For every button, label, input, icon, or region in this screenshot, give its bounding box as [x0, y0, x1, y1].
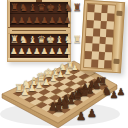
stored-piece-black-rook: ♜	[73, 3, 82, 13]
stored-row-black-pawns: ♟♟♟♟♟♟♟♟	[10, 16, 68, 26]
stored-piece-black-queen: ♛	[37, 3, 46, 13]
stored-piece-white-bishop: ♝	[55, 35, 64, 45]
stored-piece-white-rook: ♜	[73, 35, 82, 45]
folded-board	[80, 0, 125, 73]
hinge-icon	[113, 59, 119, 64]
stored-piece-black-pawn: ♟	[63, 16, 71, 25]
stored-row-white-pawns: ♟♟♟♟♟♟♟♟	[10, 47, 68, 57]
hinge-icon	[116, 11, 122, 16]
stored-piece-white-pawn: ♟	[10, 47, 18, 56]
storage-box: ♜♞♝♛♚♝♞♜♟♟♟♟♟♟♟♟ ♜♞♝♛♚♝♞♜♟♟♟♟♟♟♟♟	[7, 0, 71, 62]
stored-piece-white-pawn: ♟	[63, 47, 71, 56]
stored-piece-black-bishop: ♝	[28, 3, 37, 13]
product-photo-chess-set: ♜♞♝♛♚♝♞♜♟♟♟♟♟♟♟♟♟♟♟♟♟♟♟♟♜♞♝♛♚♝♞♜♟♟♞♟♟ ♜♞…	[0, 0, 128, 128]
stored-piece-black-pawn: ♟	[33, 16, 41, 25]
stored-piece-black-pawn: ♟	[25, 16, 33, 25]
stored-row-white-majors: ♜♞♝♛♚♝♞♜	[10, 35, 68, 46]
folded-board-square	[104, 60, 111, 68]
stored-piece-white-rook: ♜	[10, 35, 19, 45]
stored-row-black-majors: ♜♞♝♛♚♝♞♜	[10, 3, 68, 14]
box-latch	[36, 0, 42, 2]
stored-piece-white-king: ♚	[46, 35, 55, 45]
stored-piece-white-pawn: ♟	[25, 47, 33, 56]
stored-piece-white-bishop: ♝	[28, 35, 37, 45]
stored-piece-black-rook: ♜	[10, 3, 19, 13]
storage-box-bottom-edge	[8, 58, 70, 61]
stored-piece-white-queen: ♛	[37, 35, 46, 45]
stored-piece-black-pawn: ♟	[48, 16, 56, 25]
stored-piece-white-pawn: ♟	[41, 47, 49, 56]
stored-piece-white-knight: ♞	[64, 35, 73, 45]
storage-box-hinge-strip	[8, 27, 70, 34]
stored-piece-black-knight: ♞	[19, 3, 28, 13]
stored-piece-white-pawn: ♟	[33, 47, 41, 56]
stored-piece-black-king: ♚	[46, 3, 55, 13]
storage-box-dark-pieces-tray: ♜♞♝♛♚♝♞♜♟♟♟♟♟♟♟♟	[10, 2, 68, 27]
stored-piece-black-knight: ♞	[64, 3, 73, 13]
storage-box-top-edge	[8, 0, 70, 2]
stored-piece-black-bishop: ♝	[55, 3, 64, 13]
stored-piece-white-pawn: ♟	[48, 47, 56, 56]
folded-board-checkered-face	[83, 3, 116, 70]
stored-piece-white-knight: ♞	[19, 35, 28, 45]
stored-piece-black-pawn: ♟	[41, 16, 49, 25]
stored-piece-black-pawn: ♟	[10, 16, 18, 25]
storage-box-light-pieces-tray: ♜♞♝♛♚♝♞♜♟♟♟♟♟♟♟♟	[10, 34, 68, 59]
